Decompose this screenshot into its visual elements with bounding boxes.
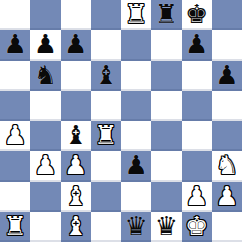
white-rook-piece[interactable]: ♜ — [94, 122, 117, 148]
square-h1[interactable] — [212, 212, 242, 242]
square-d5[interactable] — [91, 91, 121, 121]
square-e7[interactable] — [121, 30, 151, 60]
square-b5[interactable] — [30, 91, 60, 121]
square-c8[interactable] — [61, 0, 91, 30]
square-g5[interactable] — [182, 91, 212, 121]
square-g1[interactable]: ♚ — [182, 212, 212, 242]
black-pawn-piece[interactable]: ♟ — [185, 31, 208, 57]
square-c5[interactable] — [61, 91, 91, 121]
white-pawn-piece[interactable]: ♟ — [185, 183, 208, 209]
square-a8[interactable] — [0, 0, 30, 30]
square-f8[interactable]: ♜ — [151, 0, 181, 30]
black-pawn-piece[interactable]: ♟ — [34, 31, 57, 57]
black-pawn-piece[interactable]: ♟ — [3, 31, 26, 57]
square-h4[interactable] — [212, 121, 242, 151]
square-e1[interactable]: ♛ — [121, 212, 151, 242]
square-b7[interactable]: ♟ — [30, 30, 60, 60]
white-pawn-piece[interactable]: ♟ — [34, 152, 57, 178]
square-d2[interactable] — [91, 182, 121, 212]
black-queen-piece[interactable]: ♛ — [155, 213, 178, 239]
square-c2[interactable]: ♝ — [61, 182, 91, 212]
square-g4[interactable] — [182, 121, 212, 151]
white-rook-piece[interactable]: ♜ — [124, 1, 147, 27]
square-f7[interactable] — [151, 30, 181, 60]
square-g2[interactable]: ♟ — [182, 182, 212, 212]
square-b8[interactable] — [30, 0, 60, 30]
chess-board: ♜♜♚♟♟♟♟♞♝♟♟♝♜♟♟♟♞♝♟♟♜♝♛♛♚ — [0, 0, 242, 242]
square-e4[interactable] — [121, 121, 151, 151]
square-f2[interactable] — [151, 182, 181, 212]
square-a4[interactable]: ♟ — [0, 121, 30, 151]
square-g8[interactable]: ♚ — [182, 0, 212, 30]
square-e6[interactable] — [121, 61, 151, 91]
square-d3[interactable] — [91, 151, 121, 181]
black-bishop-piece[interactable]: ♝ — [94, 62, 117, 88]
square-h8[interactable] — [212, 0, 242, 30]
white-pawn-piece[interactable]: ♟ — [64, 152, 87, 178]
black-knight-piece[interactable]: ♞ — [34, 62, 57, 88]
square-f4[interactable] — [151, 121, 181, 151]
square-b3[interactable]: ♟ — [30, 151, 60, 181]
square-d4[interactable]: ♜ — [91, 121, 121, 151]
square-f1[interactable]: ♛ — [151, 212, 181, 242]
square-h3[interactable]: ♞ — [212, 151, 242, 181]
square-g7[interactable]: ♟ — [182, 30, 212, 60]
square-h2[interactable]: ♟ — [212, 182, 242, 212]
square-a6[interactable] — [0, 61, 30, 91]
black-queen-piece[interactable]: ♛ — [124, 213, 147, 239]
white-pawn-piece[interactable]: ♟ — [3, 122, 26, 148]
black-pawn-piece[interactable]: ♟ — [215, 62, 238, 88]
square-a1[interactable]: ♜ — [0, 212, 30, 242]
square-c4[interactable]: ♝ — [61, 121, 91, 151]
square-f5[interactable] — [151, 91, 181, 121]
black-bishop-piece[interactable]: ♝ — [64, 122, 87, 148]
white-knight-piece[interactable]: ♞ — [215, 152, 238, 178]
square-d8[interactable] — [91, 0, 121, 30]
square-e5[interactable] — [121, 91, 151, 121]
square-e3[interactable]: ♟ — [121, 151, 151, 181]
white-bishop-piece[interactable]: ♝ — [64, 213, 87, 239]
white-king-piece[interactable]: ♚ — [185, 213, 208, 239]
square-f3[interactable] — [151, 151, 181, 181]
square-d7[interactable] — [91, 30, 121, 60]
square-c7[interactable]: ♟ — [61, 30, 91, 60]
square-b1[interactable] — [30, 212, 60, 242]
square-d1[interactable] — [91, 212, 121, 242]
white-rook-piece[interactable]: ♜ — [3, 213, 26, 239]
square-c6[interactable] — [61, 61, 91, 91]
white-pawn-piece[interactable]: ♟ — [215, 183, 238, 209]
square-h7[interactable] — [212, 30, 242, 60]
square-h6[interactable]: ♟ — [212, 61, 242, 91]
square-a7[interactable]: ♟ — [0, 30, 30, 60]
square-c3[interactable]: ♟ — [61, 151, 91, 181]
square-f6[interactable] — [151, 61, 181, 91]
square-c1[interactable]: ♝ — [61, 212, 91, 242]
black-king-piece[interactable]: ♚ — [185, 1, 208, 27]
square-b2[interactable] — [30, 182, 60, 212]
square-g6[interactable] — [182, 61, 212, 91]
square-d6[interactable]: ♝ — [91, 61, 121, 91]
square-b4[interactable] — [30, 121, 60, 151]
square-b6[interactable]: ♞ — [30, 61, 60, 91]
black-pawn-piece[interactable]: ♟ — [124, 152, 147, 178]
white-bishop-piece[interactable]: ♝ — [64, 183, 87, 209]
square-e8[interactable]: ♜ — [121, 0, 151, 30]
square-h5[interactable] — [212, 91, 242, 121]
black-rook-piece[interactable]: ♜ — [155, 1, 178, 27]
square-e2[interactable] — [121, 182, 151, 212]
square-a2[interactable] — [0, 182, 30, 212]
square-a5[interactable] — [0, 91, 30, 121]
black-pawn-piece[interactable]: ♟ — [64, 31, 87, 57]
square-a3[interactable] — [0, 151, 30, 181]
square-g3[interactable] — [182, 151, 212, 181]
